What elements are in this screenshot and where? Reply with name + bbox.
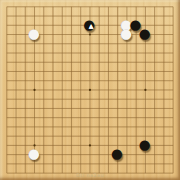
stone-white-d16: ●	[28, 27, 40, 41]
triangle-marker-k17: ▲	[89, 23, 94, 29]
watermark-text: Oti na2au	[76, 172, 104, 178]
stone-black-q4: ●	[139, 138, 151, 152]
star-point	[33, 89, 35, 91]
star-point	[89, 89, 91, 91]
star-point	[89, 144, 91, 146]
stone-white-d3: ●	[28, 147, 40, 161]
go-board[interactable]: ●●▲●●●●●●● Oti na2au	[0, 0, 180, 180]
star-point	[144, 89, 146, 91]
star-point	[89, 33, 91, 35]
stone-black-q16: ●	[139, 27, 151, 41]
stone-black-n3: ●	[111, 147, 123, 161]
